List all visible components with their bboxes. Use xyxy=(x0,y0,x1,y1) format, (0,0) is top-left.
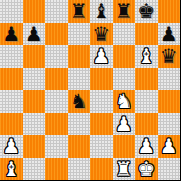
square-c5[interactable] xyxy=(45,68,68,91)
square-d1[interactable] xyxy=(68,158,91,181)
square-f5[interactable] xyxy=(113,68,136,91)
square-h2[interactable]: ♟ xyxy=(158,135,181,158)
square-c2[interactable] xyxy=(45,135,68,158)
square-g5[interactable] xyxy=(135,68,158,91)
square-e2[interactable] xyxy=(90,135,113,158)
black-pawn-icon: ♟ xyxy=(2,23,20,46)
square-e3[interactable] xyxy=(90,113,113,136)
square-b6[interactable] xyxy=(23,45,46,68)
square-e5[interactable] xyxy=(90,68,113,91)
square-c8[interactable] xyxy=(45,0,68,23)
square-b7[interactable]: ♟ xyxy=(23,23,46,46)
square-g6[interactable]: ♝ xyxy=(135,45,158,68)
square-a3[interactable] xyxy=(0,113,23,136)
black-pawn-icon: ♟ xyxy=(160,23,178,46)
white-pawn-icon: ♟ xyxy=(2,135,20,158)
square-a2[interactable]: ♟ xyxy=(0,135,23,158)
square-h4[interactable] xyxy=(158,90,181,113)
square-g3[interactable] xyxy=(135,113,158,136)
square-c7[interactable] xyxy=(45,23,68,46)
square-d4[interactable]: ♞ xyxy=(68,90,91,113)
black-pawn-icon: ♟ xyxy=(25,23,43,46)
white-knight-icon: ♞ xyxy=(115,90,133,113)
square-b3[interactable] xyxy=(23,113,46,136)
white-rook-icon: ♜ xyxy=(115,158,133,181)
black-bishop-icon: ♝ xyxy=(92,0,110,23)
square-c6[interactable] xyxy=(45,45,68,68)
square-e6[interactable]: ♟ xyxy=(90,45,113,68)
square-d6[interactable] xyxy=(68,45,91,68)
square-f3[interactable]: ♟ xyxy=(113,113,136,136)
square-b1[interactable] xyxy=(23,158,46,181)
square-h6[interactable]: ♛ xyxy=(158,45,181,68)
square-h8[interactable] xyxy=(158,0,181,23)
square-f8[interactable]: ♜ xyxy=(113,0,136,23)
square-d8[interactable]: ♜ xyxy=(68,0,91,23)
square-h1[interactable] xyxy=(158,158,181,181)
square-h3[interactable] xyxy=(158,113,181,136)
square-f2[interactable] xyxy=(113,135,136,158)
square-c4[interactable] xyxy=(45,90,68,113)
square-g7[interactable] xyxy=(135,23,158,46)
white-pawn-icon: ♟ xyxy=(160,135,178,158)
white-pawn-icon: ♟ xyxy=(115,113,133,136)
square-c3[interactable] xyxy=(45,113,68,136)
square-d5[interactable] xyxy=(68,68,91,91)
square-e7[interactable]: ♛ xyxy=(90,23,113,46)
square-b5[interactable] xyxy=(23,68,46,91)
square-g2[interactable]: ♟ xyxy=(135,135,158,158)
square-b8[interactable] xyxy=(23,0,46,23)
black-rook-icon: ♜ xyxy=(115,0,133,23)
square-e4[interactable] xyxy=(90,90,113,113)
square-f6[interactable] xyxy=(113,45,136,68)
square-d7[interactable] xyxy=(68,23,91,46)
square-a4[interactable] xyxy=(0,90,23,113)
square-f1[interactable]: ♜ xyxy=(113,158,136,181)
square-g4[interactable] xyxy=(135,90,158,113)
square-e1[interactable] xyxy=(90,158,113,181)
square-h7[interactable]: ♟ xyxy=(158,23,181,46)
white-pawn-icon: ♟ xyxy=(137,135,155,158)
chess-board: ♜♝♜♚♟♟♛♟♟♝♛♞♞♟♟♟♟♝♜♚ xyxy=(0,0,180,180)
white-king-icon: ♚ xyxy=(137,158,155,181)
square-f4[interactable]: ♞ xyxy=(113,90,136,113)
square-a5[interactable] xyxy=(0,68,23,91)
square-a7[interactable]: ♟ xyxy=(0,23,23,46)
black-queen-icon: ♛ xyxy=(160,45,178,68)
square-g8[interactable]: ♚ xyxy=(135,0,158,23)
square-e8[interactable]: ♝ xyxy=(90,0,113,23)
black-knight-icon: ♞ xyxy=(70,90,88,113)
black-rook-icon: ♜ xyxy=(70,0,88,23)
square-h5[interactable] xyxy=(158,68,181,91)
square-b2[interactable] xyxy=(23,135,46,158)
square-c1[interactable] xyxy=(45,158,68,181)
square-f7[interactable] xyxy=(113,23,136,46)
white-bishop-icon: ♝ xyxy=(137,45,155,68)
white-bishop-icon: ♝ xyxy=(2,158,20,181)
square-g1[interactable]: ♚ xyxy=(135,158,158,181)
square-a6[interactable] xyxy=(0,45,23,68)
square-d3[interactable] xyxy=(68,113,91,136)
white-pawn-icon: ♟ xyxy=(92,45,110,68)
square-b4[interactable] xyxy=(23,90,46,113)
square-a1[interactable]: ♝ xyxy=(0,158,23,181)
black-queen-icon: ♛ xyxy=(92,23,110,46)
black-king-icon: ♚ xyxy=(137,0,155,23)
square-d2[interactable] xyxy=(68,135,91,158)
square-a8[interactable] xyxy=(0,0,23,23)
